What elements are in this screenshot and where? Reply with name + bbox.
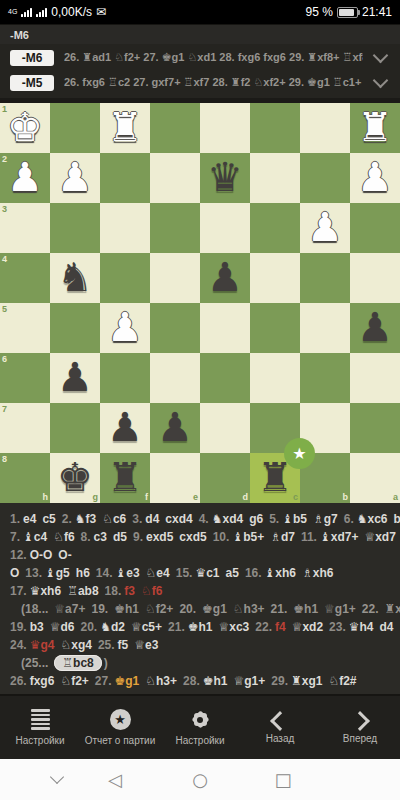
android-home-button[interactable]: ○ [188, 759, 212, 800]
move[interactable]: ♞xd4 [212, 512, 243, 526]
square-g7[interactable] [50, 403, 100, 453]
move[interactable]: d4 [380, 620, 394, 634]
square-d2[interactable]: ♛ [200, 153, 250, 203]
move[interactable]: ♝xh6 [265, 566, 296, 580]
square-c6[interactable] [250, 353, 300, 403]
move[interactable]: ♚g1 [115, 674, 140, 688]
move[interactable]: c5 [42, 512, 55, 526]
move[interactable]: ♖ab8 [67, 584, 98, 598]
white-king-h1: ♚ [0, 103, 50, 153]
square-b2[interactable] [300, 153, 350, 203]
move[interactable]: ♛h4 [349, 620, 374, 634]
black-pawn-e7: ♟ [150, 403, 200, 453]
chevron-right-icon [350, 711, 370, 731]
move[interactable]: ♛xh6 [30, 584, 61, 598]
chess-board[interactable]: 1♚♜♜2♟♟♛♟3♟4♞♟5♟♟6♟7♟♟8hg♚f♜edc♜★ba [0, 103, 400, 503]
file-label: f [145, 492, 148, 502]
android-back-button[interactable]: ◁ [103, 759, 127, 800]
square-h6[interactable]: 6 [0, 353, 50, 403]
selected-move[interactable]: ♖bc8 [54, 655, 101, 671]
network-speed: 0,00K/s [51, 5, 92, 19]
clock-time: 21:41 [362, 5, 392, 19]
signal2-icon [36, 7, 47, 17]
square-f3[interactable] [100, 203, 150, 253]
move-number: 25. [98, 638, 115, 652]
move-number: 9. [133, 530, 143, 544]
move-number: 13. [25, 566, 42, 580]
square-c3[interactable] [250, 203, 300, 253]
black-rook-f8: ♜ [100, 453, 150, 503]
move[interactable]: ♕c5+ [131, 620, 162, 634]
android-nav-bar: ◁ ○ □ [0, 759, 400, 800]
move[interactable]: 19. [91, 602, 108, 616]
square-e6[interactable] [150, 353, 200, 403]
square-g3[interactable] [50, 203, 100, 253]
square-e7[interactable]: ♟ [150, 403, 200, 453]
square-c8[interactable]: c♜★ [250, 453, 300, 503]
move[interactable]: ♗d7 [270, 530, 295, 544]
message-icon: ✉ [96, 6, 106, 18]
square-g4[interactable]: ♞ [50, 253, 100, 303]
move-number: 29. [271, 674, 288, 688]
move-number: 1. [10, 512, 20, 526]
move-number: 26. [10, 674, 27, 688]
square-d6[interactable] [200, 353, 250, 403]
square-f6[interactable] [100, 353, 150, 403]
black-pawn-f7: ♟ [100, 403, 150, 453]
square-g8[interactable]: g♚ [50, 453, 100, 503]
square-c4[interactable] [250, 253, 300, 303]
move-number: 20. [80, 620, 97, 634]
move[interactable]: ♚h1 [203, 674, 228, 688]
move[interactable]: ♗xh6 [302, 566, 333, 580]
chevron-down-icon[interactable] [373, 48, 389, 64]
move[interactable]: ♕a7+ [54, 602, 85, 616]
square-g5[interactable] [50, 303, 100, 353]
square-h8[interactable]: 8h [0, 453, 50, 503]
nav-game-report-button[interactable]: ★ Отчет о партии [80, 696, 160, 759]
move[interactable]: ♝b5 [282, 512, 307, 526]
eval-header: -M6 [0, 24, 400, 44]
move-number: 16. [245, 566, 262, 580]
move[interactable]: d4 [145, 512, 159, 526]
move[interactable]: f3 [124, 584, 135, 598]
move-line: 17.♛xh6♖ab818.f3♘f6 [10, 582, 392, 600]
white-pawn-a2: ♟ [350, 153, 400, 203]
move[interactable]: ♘xg4 [60, 638, 91, 652]
move[interactable]: e4 [23, 512, 36, 526]
move[interactable]: ♞xc6 [357, 512, 388, 526]
white-rook-a1: ♜ [350, 103, 400, 153]
move[interactable]: ♝g5 [45, 566, 70, 580]
move-line: 26.fxg6♘f2+27.♚g1♘h3+28.♚h1♕g1+29.♜xg1♘f… [10, 672, 392, 690]
report-star-icon: ★ [110, 709, 131, 730]
move[interactable]: ♚h1 [293, 602, 318, 616]
move[interactable]: 21. [271, 602, 288, 616]
white-pawn-b3: ♟ [300, 203, 350, 253]
file-label: e [193, 492, 198, 502]
square-h5[interactable]: 5 [0, 303, 50, 353]
file-label: a [393, 492, 398, 502]
square-a6[interactable] [350, 353, 400, 403]
signal-icon [21, 7, 32, 17]
square-f2[interactable] [100, 153, 150, 203]
move[interactable]: bxc6 [394, 512, 400, 526]
square-e5[interactable] [150, 303, 200, 353]
analysis-moves[interactable]: 26. ♜ad1 ♘f2+ 27. ♚g1 ♘xd1 28. fxg6 fxg6… [64, 51, 363, 64]
square-b1[interactable] [300, 103, 350, 153]
nav-label: Настройки [15, 735, 64, 746]
rank-label: 2 [2, 154, 7, 164]
move[interactable]: exd5 [146, 530, 173, 544]
move[interactable]: ♝b5+ [232, 530, 264, 544]
square-f8[interactable]: f♜ [100, 453, 150, 503]
chevron-down-icon [50, 770, 64, 784]
rank-label: 6 [2, 354, 7, 364]
move-number: 18. [105, 584, 122, 598]
best-move-star-badge: ★ [284, 438, 315, 469]
square-f5[interactable]: ♟ [100, 303, 150, 353]
move[interactable]: ♕g1+ [234, 674, 266, 688]
file-label: b [343, 492, 349, 502]
move-number: 5. [269, 512, 279, 526]
square-h7[interactable]: 7 [0, 403, 50, 453]
move[interactable]: 20. [179, 602, 196, 616]
square-d5[interactable] [200, 303, 250, 353]
nav-label: Настройки [175, 735, 224, 746]
square-e2[interactable] [150, 153, 200, 203]
move-number: 8. [81, 530, 91, 544]
move-number: 24. [10, 638, 27, 652]
white-pawn-h2: ♟ [0, 153, 50, 203]
square-e1[interactable] [150, 103, 200, 153]
move-number: 11. [301, 530, 317, 544]
variation-paren: (25... [21, 656, 48, 670]
move[interactable]: cxd5 [179, 530, 206, 544]
move[interactable]: ♝c4 [23, 530, 47, 544]
analysis-line-2[interactable]: -M5 26. fxg6 ♖c2 27. gxf7+ ♖xf7 28. ♜f2 … [0, 70, 400, 95]
move-number: 4. [199, 512, 209, 526]
black-pawn-a5: ♟ [350, 303, 400, 353]
square-c1[interactable] [250, 103, 300, 153]
move[interactable]: c3 [94, 530, 107, 544]
move[interactable]: h6 [76, 566, 90, 580]
rank-label: 5 [2, 304, 7, 314]
square-a1[interactable]: ♜ [350, 103, 400, 153]
move-number: 19. [10, 620, 27, 634]
nav-forward-button[interactable]: Вперед [320, 696, 400, 759]
network-type-badge: 4G [8, 8, 17, 15]
move-line: 24.♛g4♘xg425.f5♕e3 [10, 636, 392, 654]
square-a5[interactable]: ♟ [350, 303, 400, 353]
move-line: 12.O-OO-O13.♝g5h614.♝e3♘e415.♛c1a516.♝xh… [10, 546, 392, 582]
square-d3[interactable] [200, 203, 250, 253]
move[interactable]: ♛c1 [195, 566, 219, 580]
move-line: 7.♝c4♘f68.c3d59.exd5cxd510.♝b5+♗d711.♝xd… [10, 528, 392, 546]
move-list: 1.e4c52.♞f3♘c63.d4cxd44.♞xd4g65.♝b5♗g76.… [0, 503, 400, 694]
move[interactable]: ♕e3 [134, 638, 158, 652]
square-g2[interactable]: ♟ [50, 153, 100, 203]
rank-label: 4 [2, 254, 7, 264]
move[interactable]: 22. [362, 602, 379, 616]
square-h2[interactable]: 2♟ [0, 153, 50, 203]
square-e3[interactable] [150, 203, 200, 253]
nav-settings-button[interactable]: Настройки [160, 696, 240, 759]
move-number: 7. [10, 530, 20, 544]
square-e8[interactable]: e [150, 453, 200, 503]
file-label: h [43, 492, 49, 502]
move[interactable]: ♕xd7 [364, 530, 395, 544]
file-label: d [243, 492, 249, 502]
move[interactable]: ♚h1 [114, 602, 139, 616]
move[interactable]: ♗g7 [313, 512, 338, 526]
move[interactable]: ♘f6 [53, 530, 74, 544]
rank-label: 3 [2, 204, 7, 214]
move-number: 2. [62, 512, 72, 526]
chevron-left-icon [270, 711, 290, 731]
move[interactable]: ♕xd2 [292, 620, 323, 634]
square-d7[interactable] [200, 403, 250, 453]
move-number: 15. [176, 566, 193, 580]
analysis-line-1[interactable]: -M6 26. ♜ad1 ♘f2+ 27. ♚g1 ♘xd1 28. fxg6 … [0, 45, 400, 70]
move[interactable]: ♞d2 [100, 620, 125, 634]
move[interactable]: ♘f2+ [145, 602, 173, 616]
move-number: 10. [213, 530, 230, 544]
square-b6[interactable] [300, 353, 350, 403]
rank-label: 8 [2, 454, 7, 464]
nav-label: Вперед [343, 733, 377, 744]
square-g1[interactable] [50, 103, 100, 153]
square-d1[interactable] [200, 103, 250, 153]
variation-paren: ) [104, 656, 108, 670]
square-f7[interactable]: ♟ [100, 403, 150, 453]
square-e4[interactable] [150, 253, 200, 303]
move[interactable]: ♘f2# [328, 674, 356, 688]
engine-analysis-panel: -M6 26. ♜ad1 ♘f2+ 27. ♚g1 ♘xd1 28. fxg6 … [0, 44, 400, 98]
square-d8[interactable]: d [200, 453, 250, 503]
move[interactable]: d5 [113, 530, 127, 544]
move-number: 22. [255, 620, 272, 634]
eval-badge: -M6 [10, 50, 54, 66]
move[interactable]: ♜xg1 [385, 602, 400, 616]
eval-header-value: -M6 [10, 29, 29, 41]
square-a4[interactable] [350, 253, 400, 303]
move[interactable]: ♚h1 [188, 620, 213, 634]
move[interactable]: g6 [249, 512, 263, 526]
square-f4[interactable] [100, 253, 150, 303]
square-h1[interactable]: 1♚ [0, 103, 50, 153]
move-number: 23. [329, 620, 346, 634]
square-a7[interactable] [350, 403, 400, 453]
square-a2[interactable]: ♟ [350, 153, 400, 203]
black-knight-g4: ♞ [50, 253, 100, 303]
variation-line: (18...♕a7+19.♚h1♘f2+20.♚g1♘h3+21.♚h1♕g1+… [10, 600, 392, 618]
nav-back-button[interactable]: Назад [240, 696, 320, 759]
move-number: 21. [168, 620, 185, 634]
move[interactable]: ♞f3 [75, 512, 96, 526]
white-rook-f1: ♜ [100, 103, 150, 153]
square-a8[interactable]: a [350, 453, 400, 503]
square-f1[interactable]: ♜ [100, 103, 150, 153]
move[interactable]: ♘f6 [141, 584, 162, 598]
gear-icon [190, 710, 210, 730]
move[interactable]: ♝e3 [116, 566, 140, 580]
battery-icon [337, 7, 358, 18]
square-c2[interactable] [250, 153, 300, 203]
move[interactable]: ♘f2+ [60, 674, 88, 688]
move[interactable]: ♕xc3 [219, 620, 250, 634]
variation-line: (25...♖bc8) [10, 654, 392, 672]
move[interactable]: f5 [118, 638, 129, 652]
black-pawn-g6: ♟ [50, 353, 100, 403]
square-a3[interactable] [350, 203, 400, 253]
move[interactable]: ♝xd7+ [320, 530, 358, 544]
move[interactable]: O-O [30, 548, 53, 562]
move[interactable]: ♚g1 [202, 602, 227, 616]
square-h3[interactable]: 3 [0, 203, 50, 253]
move[interactable]: b3 [30, 620, 44, 634]
variation-paren: (18... [21, 602, 48, 616]
move-number: 3. [132, 512, 142, 526]
eval-badge: -M5 [10, 75, 54, 91]
black-queen-d2: ♛ [200, 153, 250, 203]
list-icon [31, 709, 50, 730]
rank-label: 7 [2, 404, 7, 414]
status-bar: 4G 0,00K/s ✉ 95 % 21:41 [0, 0, 400, 24]
move[interactable]: ♜xg1 [291, 674, 322, 688]
move[interactable]: fxg6 [30, 674, 55, 688]
square-b4[interactable] [300, 253, 350, 303]
move-number: 12. [10, 548, 27, 562]
move[interactable]: a5 [226, 566, 239, 580]
black-pawn-d4: ♟ [200, 253, 250, 303]
move-line: 1.e4c52.♞f3♘c63.d4cxd44.♞xd4g65.♝b5♗g76.… [10, 510, 392, 528]
chevron-down-icon[interactable] [373, 73, 389, 89]
move[interactable]: f4 [275, 620, 286, 634]
square-b3[interactable]: ♟ [300, 203, 350, 253]
nav-label: Назад [266, 733, 295, 744]
square-h4[interactable]: 4 [0, 253, 50, 303]
white-pawn-f5: ♟ [100, 303, 150, 353]
move-number: 6. [344, 512, 354, 526]
battery-percent: 95 % [306, 5, 333, 19]
rank-label: 1 [2, 104, 7, 114]
bottom-nav: Настройки ★ Отчет о партии Настройки Наз… [0, 694, 400, 759]
move[interactable]: ♘c6 [102, 512, 126, 526]
move[interactable]: ♘h3+ [233, 602, 265, 616]
move-number: 28. [183, 674, 200, 688]
file-label: g [93, 492, 99, 502]
move-number: 17. [10, 584, 27, 598]
move[interactable]: ♘h3+ [145, 674, 177, 688]
file-label: c [293, 492, 298, 502]
analysis-moves[interactable]: 26. fxg6 ♖c2 27. gxf7+ ♖xf7 28. ♜f2 ♘xf2… [64, 76, 363, 89]
square-d4[interactable]: ♟ [200, 253, 250, 303]
square-b5[interactable] [300, 303, 350, 353]
move[interactable]: ♘e4 [146, 566, 170, 580]
move-number: 14. [96, 566, 113, 580]
move[interactable]: ♛g4 [30, 638, 55, 652]
move[interactable]: ♕d6 [50, 620, 75, 634]
android-recents-button[interactable]: □ [271, 759, 295, 800]
nav-lines-button[interactable]: Настройки [0, 696, 80, 759]
move[interactable]: ♕g1+ [324, 602, 356, 616]
hide-navbar-button[interactable] [45, 759, 69, 800]
square-g6[interactable]: ♟ [50, 353, 100, 403]
move-line: 19.b3♕d620.♞d2♕c5+21.♚h1♕xc322.f4♕xd223.… [10, 618, 392, 636]
move-number: 27. [95, 674, 112, 688]
square-c5[interactable] [250, 303, 300, 353]
move[interactable]: cxd4 [165, 512, 192, 526]
nav-label: Отчет о партии [85, 735, 156, 746]
white-pawn-g2: ♟ [50, 153, 100, 203]
